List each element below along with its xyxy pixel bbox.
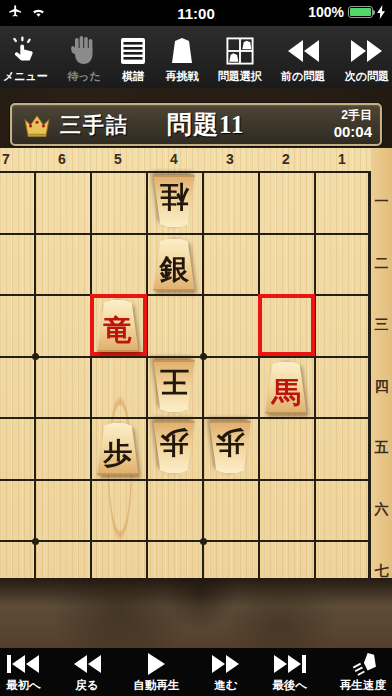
playback-speed-button[interactable]: 再生速度 [340,652,386,693]
shogi-piece-桂-4一[interactable]: 桂 [151,175,197,229]
file-label-6: 6 [34,151,90,167]
timer: 00:04 [334,123,372,140]
rank-label-7: 七 [371,562,392,578]
menu-label: メニュー [3,69,48,84]
star-point [200,538,207,545]
file-label-7: 7 [0,151,34,167]
step-back-label: 戻る [76,678,99,693]
shogi-piece-王-4四[interactable]: 王 [151,360,197,414]
record-list-icon [120,35,146,67]
file-label-3: 3 [202,151,258,167]
crown-icon [22,112,52,138]
grid-line-horizontal [0,171,371,173]
shogi-piece-歩-3五[interactable]: 歩 [207,421,253,475]
shogi-piece-歩-4五[interactable]: 歩 [151,421,197,475]
step-back-button[interactable]: 戻る [74,652,101,693]
shogi-piece-馬-2四[interactable]: 馬 [263,360,309,414]
auto-play-button[interactable]: 自動再生 [134,652,180,693]
problem-header: 三手詰 問題11 2手目 00:04 [10,103,382,146]
game-record-button[interactable]: 棋譜 [120,35,146,84]
problem-select-button[interactable]: 問題選択 [218,35,262,84]
star-point [32,353,39,360]
rank-label-4: 四 [371,378,392,396]
grid-line-horizontal [0,479,371,481]
rank-label-2: 二 [371,255,392,273]
previous-problem-label: 前の問題 [281,69,325,84]
step-forward-icon [212,652,239,676]
rewind-icon [288,35,319,67]
undo-label: 待った [67,69,101,84]
table-surface [0,578,392,648]
menu-button[interactable]: メニュー [3,35,48,84]
tsume-shogi-app: 11:00 100% メニュー 待った 棋譜 [0,0,392,696]
step-back-icon [74,652,101,676]
grid-line-horizontal [0,540,371,542]
playback-speed-icon [349,652,377,676]
file-label-5: 5 [90,151,146,167]
next-problem-label: 次の問題 [345,69,389,84]
step-forward-button[interactable]: 進む [212,652,239,693]
play-icon [148,652,165,676]
playback-speed-label: 再生速度 [340,678,386,693]
undo-button[interactable]: 待った [67,35,101,84]
fast-forward-icon [351,35,382,67]
skip-to-start-label: 最初へ [6,678,41,693]
shogi-piece-竜-5三[interactable]: 竜 [95,298,141,352]
battery-icon [348,6,373,18]
shogi-board[interactable]: 7654321一二三四五六七桂銀竜王馬歩歩歩 [0,148,392,578]
puzzle-rank-label: 三手詰 [60,111,129,139]
rank-label-3: 三 [371,316,392,334]
piece-icon [168,35,196,67]
skip-to-end-icon [274,652,306,676]
step-forward-label: 進む [214,678,237,693]
charging-bolt-icon [377,5,386,19]
star-point [32,538,39,545]
battery-percent: 100% [308,4,344,20]
skip-to-end-label: 最後へ [272,678,307,693]
top-toolbar: メニュー 待った 棋譜 再挑戦 問題選択 [0,26,392,88]
rank-label-1: 一 [371,193,392,211]
highlight-square-2三[interactable] [258,294,315,356]
rank-label-6: 六 [371,501,392,519]
file-label-2: 2 [258,151,314,167]
skip-to-end-button[interactable]: 最後へ [272,652,307,693]
file-label-1: 1 [314,151,370,167]
next-problem-button[interactable]: 次の問題 [345,35,389,84]
retry-button[interactable]: 再挑戦 [165,35,198,84]
skip-to-start-button[interactable]: 最初へ [6,652,41,693]
problem-number-label: 問題11 [167,108,245,141]
grid-line-horizontal [0,356,371,358]
grid-line-horizontal [0,417,371,419]
auto-play-label: 自動再生 [134,678,180,693]
tap-hand-icon [10,35,40,67]
status-bar: 11:00 100% [0,0,392,26]
playback-toolbar: 最初へ 戻る 自動再生 進む 最後へ 再生 [0,648,392,696]
shogi-piece-銀-4二[interactable]: 銀 [151,237,197,291]
problem-grid-icon [226,35,254,67]
grid-line-horizontal [0,294,371,296]
skip-to-start-icon [7,652,39,676]
game-record-label: 棋譜 [122,69,144,84]
retry-label: 再挑戦 [165,69,198,84]
rank-label-5: 五 [371,439,392,457]
move-counter: 2手目 [334,109,372,123]
star-point [200,353,207,360]
previous-problem-button[interactable]: 前の問題 [281,35,325,84]
problem-select-label: 問題選択 [218,69,262,84]
shogi-piece-歩-5五[interactable]: 歩 [95,421,141,475]
grid-line-horizontal [0,233,371,235]
file-label-4: 4 [146,151,202,167]
stage-background: 三手詰 問題11 2手目 00:04 7654321一二三四五六七桂銀竜王馬歩歩… [0,88,392,648]
palm-hand-icon [71,35,97,67]
